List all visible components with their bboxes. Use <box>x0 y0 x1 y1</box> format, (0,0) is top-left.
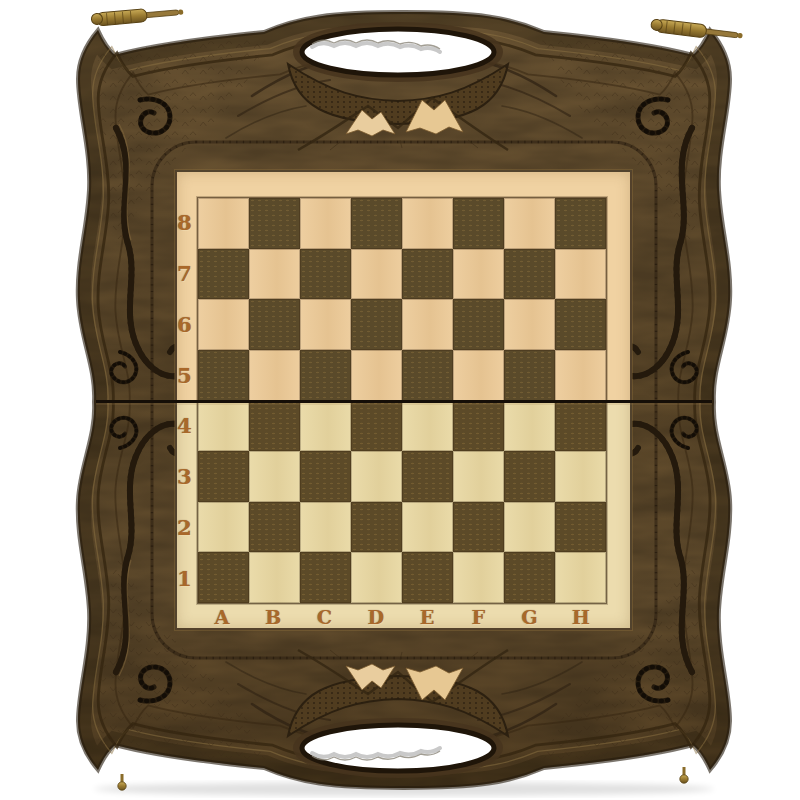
square-h8[interactable] <box>555 198 606 249</box>
square-f4[interactable] <box>453 401 504 452</box>
rank-label-5: 5 <box>172 350 197 401</box>
square-d1[interactable] <box>351 552 402 603</box>
square-b5[interactable] <box>249 350 300 401</box>
square-d8[interactable] <box>351 198 402 249</box>
chessboard-grid <box>197 197 607 604</box>
square-h2[interactable] <box>555 502 606 553</box>
square-f8[interactable] <box>453 198 504 249</box>
rank-label-3: 3 <box>172 451 197 502</box>
square-f1[interactable] <box>453 552 504 603</box>
brass-foot-right <box>680 767 688 783</box>
square-c2[interactable] <box>300 502 351 553</box>
square-d2[interactable] <box>351 502 402 553</box>
square-d3[interactable] <box>351 451 402 502</box>
square-a3[interactable] <box>198 451 249 502</box>
square-b4[interactable] <box>249 401 300 452</box>
file-label-h: H <box>556 603 607 630</box>
square-d6[interactable] <box>351 299 402 350</box>
square-d7[interactable] <box>351 249 402 300</box>
file-label-a: A <box>197 603 248 630</box>
square-e4[interactable] <box>402 401 453 452</box>
square-g6[interactable] <box>504 299 555 350</box>
rank-label-4: 4 <box>172 401 197 452</box>
square-f6[interactable] <box>453 299 504 350</box>
file-label-f: F <box>453 603 504 630</box>
square-c8[interactable] <box>300 198 351 249</box>
square-h7[interactable] <box>555 249 606 300</box>
square-h1[interactable] <box>555 552 606 603</box>
rank-label-2: 2 <box>172 502 197 553</box>
square-a4[interactable] <box>198 401 249 452</box>
square-e1[interactable] <box>402 552 453 603</box>
square-e5[interactable] <box>402 350 453 401</box>
square-a1[interactable] <box>198 552 249 603</box>
rank-labels: 87654321 <box>172 197 197 604</box>
square-g3[interactable] <box>504 451 555 502</box>
file-label-g: G <box>505 603 556 630</box>
square-c3[interactable] <box>300 451 351 502</box>
square-h6[interactable] <box>555 299 606 350</box>
square-e8[interactable] <box>402 198 453 249</box>
square-g5[interactable] <box>504 350 555 401</box>
file-label-e: E <box>402 603 453 630</box>
square-b6[interactable] <box>249 299 300 350</box>
square-h5[interactable] <box>555 350 606 401</box>
square-f2[interactable] <box>453 502 504 553</box>
square-a8[interactable] <box>198 198 249 249</box>
square-e2[interactable] <box>402 502 453 553</box>
square-a2[interactable] <box>198 502 249 553</box>
rank-label-6: 6 <box>172 299 197 350</box>
square-a5[interactable] <box>198 350 249 401</box>
square-g2[interactable] <box>504 502 555 553</box>
square-b1[interactable] <box>249 552 300 603</box>
file-label-d: D <box>351 603 402 630</box>
square-e6[interactable] <box>402 299 453 350</box>
square-c7[interactable] <box>300 249 351 300</box>
square-f3[interactable] <box>453 451 504 502</box>
square-e7[interactable] <box>402 249 453 300</box>
brass-hinge-left <box>91 5 184 26</box>
square-b8[interactable] <box>249 198 300 249</box>
square-b2[interactable] <box>249 502 300 553</box>
rank-label-7: 7 <box>172 248 197 299</box>
square-c4[interactable] <box>300 401 351 452</box>
rank-label-1: 1 <box>172 553 197 604</box>
square-c5[interactable] <box>300 350 351 401</box>
file-label-b: B <box>248 603 299 630</box>
square-h3[interactable] <box>555 451 606 502</box>
square-g8[interactable] <box>504 198 555 249</box>
brass-foot-left <box>118 774 126 790</box>
photo-stage: 87654321 ABCDEFGH <box>0 0 800 800</box>
rank-label-8: 8 <box>172 197 197 248</box>
square-b7[interactable] <box>249 249 300 300</box>
square-c6[interactable] <box>300 299 351 350</box>
square-g1[interactable] <box>504 552 555 603</box>
square-g4[interactable] <box>504 401 555 452</box>
file-label-c: C <box>300 603 351 630</box>
square-a6[interactable] <box>198 299 249 350</box>
square-d4[interactable] <box>351 401 402 452</box>
square-f7[interactable] <box>453 249 504 300</box>
square-g7[interactable] <box>504 249 555 300</box>
square-d5[interactable] <box>351 350 402 401</box>
square-c1[interactable] <box>300 552 351 603</box>
brass-hinge-right <box>650 18 743 42</box>
square-b3[interactable] <box>249 451 300 502</box>
file-labels: ABCDEFGH <box>197 603 607 630</box>
square-h4[interactable] <box>555 401 606 452</box>
square-f5[interactable] <box>453 350 504 401</box>
square-a7[interactable] <box>198 249 249 300</box>
square-e3[interactable] <box>402 451 453 502</box>
